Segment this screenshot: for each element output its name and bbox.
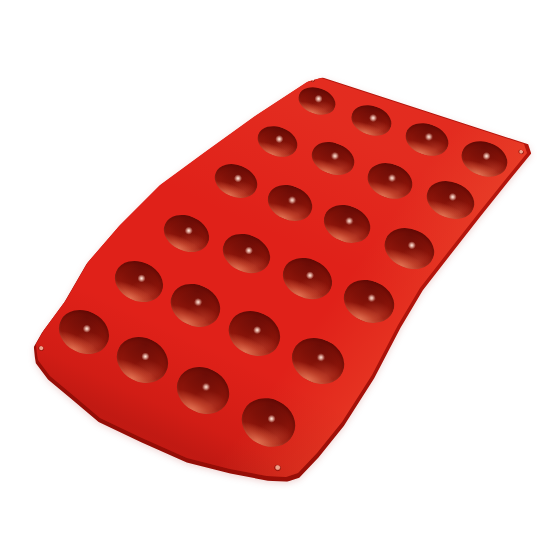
mold-cavity [284, 329, 352, 392]
mold-cavity [164, 276, 228, 335]
mold-cavity [108, 253, 170, 309]
mold-cavity [262, 178, 318, 227]
corner-hole-top [309, 77, 315, 82]
mold-cavity [216, 226, 276, 279]
mold-cavity [401, 118, 453, 162]
scene [0, 0, 560, 560]
mold-cavity [337, 272, 401, 330]
corner-hole-bottom [273, 464, 282, 473]
mold-cavity [307, 137, 359, 182]
corner-hole-left [37, 345, 45, 352]
mold-cavity [221, 303, 287, 364]
mold-cavity [169, 359, 238, 424]
mold-cavity [210, 158, 263, 204]
mold-cavity [253, 120, 302, 162]
corner-hole-right [517, 149, 524, 155]
mold-cavity [51, 302, 116, 363]
mold-cavity [421, 175, 480, 226]
mold-cavity [347, 100, 395, 140]
mold-cavity [276, 250, 338, 306]
mold-tray [0, 0, 560, 560]
mold-cavity [318, 198, 376, 250]
mold-cavity [233, 389, 303, 456]
mold-cavity [378, 221, 439, 276]
mold [0, 0, 560, 560]
mold-cavity [456, 135, 511, 182]
mold-cavity [295, 83, 339, 120]
mold-cavity [362, 157, 417, 205]
mold-cavity [109, 329, 176, 392]
mold-cavity [157, 208, 214, 259]
